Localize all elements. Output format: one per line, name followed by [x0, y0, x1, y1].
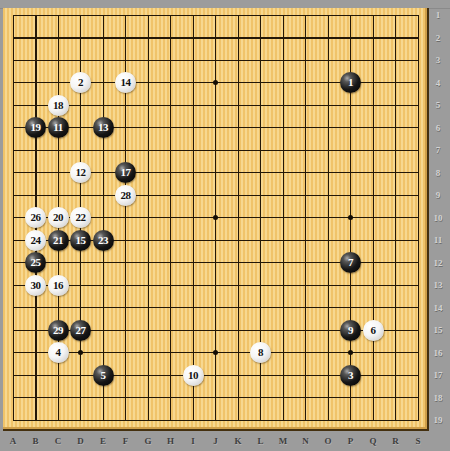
stone-number: 27: [76, 325, 86, 336]
stone-number: 2: [78, 77, 83, 88]
row-label-1: 1: [427, 10, 449, 20]
row-label-16: 16: [427, 348, 449, 358]
row-label-13: 13: [427, 280, 449, 290]
col-label-N: N: [296, 436, 316, 446]
row-label-14: 14: [427, 303, 449, 313]
stone-number: 15: [76, 235, 86, 246]
stone-number: 22: [76, 212, 86, 223]
col-label-Q: Q: [363, 436, 383, 446]
star-point: [78, 350, 83, 355]
col-label-S: S: [408, 436, 428, 446]
col-label-P: P: [341, 436, 361, 446]
row-label-12: 12: [427, 258, 449, 268]
row-label-17: 17: [427, 370, 449, 380]
row-label-10: 10: [427, 213, 449, 223]
stone-number: 10: [188, 370, 198, 381]
stone-number: 29: [53, 325, 63, 336]
stone-number: 8: [258, 347, 263, 358]
stone-number: 28: [121, 190, 131, 201]
stone-white-24: 24: [25, 230, 46, 251]
stone-number: 23: [98, 235, 108, 246]
star-point: [348, 215, 353, 220]
stone-white-12: 12: [70, 162, 91, 183]
row-label-3: 3: [427, 55, 449, 65]
stone-white-8: 8: [250, 342, 271, 363]
stone-number: 13: [98, 122, 108, 133]
stone-number: 21: [53, 235, 63, 246]
stone-number: 3: [348, 370, 353, 381]
col-label-O: O: [318, 436, 338, 446]
col-label-E: E: [93, 436, 113, 446]
stone-black-3: 3: [340, 365, 361, 386]
star-point: [213, 80, 218, 85]
stone-white-4: 4: [48, 342, 69, 363]
row-label-6: 6: [427, 123, 449, 133]
stone-white-10: 10: [183, 365, 204, 386]
col-label-F: F: [116, 436, 136, 446]
stone-number: 26: [31, 212, 41, 223]
stone-white-20: 20: [48, 207, 69, 228]
stone-white-18: 18: [48, 95, 69, 116]
col-label-H: H: [161, 436, 181, 446]
col-label-A: A: [3, 436, 23, 446]
stone-black-5: 5: [93, 365, 114, 386]
col-label-R: R: [386, 436, 406, 446]
stone-number: 17: [121, 167, 131, 178]
stone-black-23: 23: [93, 230, 114, 251]
row-label-8: 8: [427, 168, 449, 178]
stone-black-25: 25: [25, 252, 46, 273]
stone-number: 1: [348, 77, 353, 88]
stone-black-29: 29: [48, 320, 69, 341]
stone-black-11: 11: [48, 117, 69, 138]
stone-white-2: 2: [70, 72, 91, 93]
col-label-K: K: [228, 436, 248, 446]
stone-white-26: 26: [25, 207, 46, 228]
row-label-7: 7: [427, 145, 449, 155]
stone-white-14: 14: [115, 72, 136, 93]
stone-black-7: 7: [340, 252, 361, 273]
star-point: [348, 350, 353, 355]
stone-number: 9: [348, 325, 353, 336]
stone-black-19: 19: [25, 117, 46, 138]
row-label-2: 2: [427, 33, 449, 43]
col-label-C: C: [48, 436, 68, 446]
stone-black-21: 21: [48, 230, 69, 251]
col-label-D: D: [71, 436, 91, 446]
go-diagram-window: 1234567891011121314151617181920212223242…: [0, 0, 450, 451]
row-label-19: 19: [427, 415, 449, 425]
stone-number: 7: [348, 257, 353, 268]
row-label-9: 9: [427, 190, 449, 200]
stone-black-17: 17: [115, 162, 136, 183]
stone-black-13: 13: [93, 117, 114, 138]
stone-number: 6: [371, 325, 376, 336]
col-label-G: G: [138, 436, 158, 446]
row-label-15: 15: [427, 325, 449, 335]
row-label-4: 4: [427, 78, 449, 88]
row-label-18: 18: [427, 393, 449, 403]
stone-black-15: 15: [70, 230, 91, 251]
stone-number: 14: [121, 77, 131, 88]
stone-number: 19: [31, 122, 41, 133]
stone-white-22: 22: [70, 207, 91, 228]
stone-number: 18: [53, 100, 63, 111]
goban[interactable]: 1234567891011121314151617181920212223242…: [3, 8, 429, 431]
col-label-J: J: [206, 436, 226, 446]
row-label-11: 11: [427, 235, 449, 245]
stone-number: 5: [101, 370, 106, 381]
stone-number: 12: [76, 167, 86, 178]
stone-number: 16: [53, 280, 63, 291]
stone-black-1: 1: [340, 72, 361, 93]
stone-number: 20: [53, 212, 63, 223]
stone-white-16: 16: [48, 275, 69, 296]
stone-number: 24: [31, 235, 41, 246]
stone-white-30: 30: [25, 275, 46, 296]
col-label-L: L: [251, 436, 271, 446]
col-label-M: M: [273, 436, 293, 446]
stone-white-6: 6: [363, 320, 384, 341]
stone-number: 25: [31, 257, 41, 268]
stone-black-27: 27: [70, 320, 91, 341]
stone-white-28: 28: [115, 185, 136, 206]
star-point: [213, 350, 218, 355]
stone-black-9: 9: [340, 320, 361, 341]
star-point: [213, 215, 218, 220]
col-label-I: I: [183, 436, 203, 446]
stone-number: 11: [53, 122, 62, 133]
col-label-B: B: [26, 436, 46, 446]
row-label-5: 5: [427, 100, 449, 110]
stone-number: 30: [31, 280, 41, 291]
stone-number: 4: [56, 347, 61, 358]
